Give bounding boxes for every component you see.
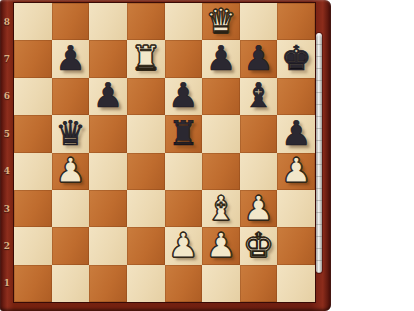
square-h4[interactable]: ♟ — [277, 153, 315, 190]
square-b7[interactable]: ♟ — [52, 40, 90, 77]
square-a4[interactable] — [14, 153, 52, 190]
square-h1[interactable] — [277, 265, 315, 302]
rank-label-5: 5 — [0, 115, 14, 152]
square-g4[interactable] — [240, 153, 278, 190]
rank-label-3: 3 — [0, 190, 14, 227]
square-b6[interactable] — [52, 78, 90, 115]
square-d5[interactable] — [127, 115, 165, 152]
square-f6[interactable] — [202, 78, 240, 115]
square-a2[interactable] — [14, 227, 52, 264]
white-king[interactable]: ♚ — [243, 228, 273, 262]
square-e6[interactable]: ♟ — [165, 78, 203, 115]
square-g6[interactable]: ♝ — [240, 78, 278, 115]
square-g1[interactable] — [240, 265, 278, 302]
rank-label-4: 4 — [0, 153, 14, 190]
square-h8[interactable] — [277, 3, 315, 40]
black-pawn[interactable]: ♟ — [93, 78, 123, 112]
square-d2[interactable] — [127, 227, 165, 264]
white-pawn[interactable]: ♟ — [55, 153, 85, 187]
square-b2[interactable] — [52, 227, 90, 264]
black-pawn[interactable]: ♟ — [281, 116, 311, 150]
square-f5[interactable] — [202, 115, 240, 152]
black-pawn[interactable]: ♟ — [206, 41, 236, 75]
white-bishop[interactable]: ♝ — [206, 191, 236, 225]
square-e7[interactable] — [165, 40, 203, 77]
black-pawn[interactable]: ♟ — [55, 41, 85, 75]
white-pawn[interactable]: ♟ — [168, 228, 198, 262]
square-g8[interactable] — [240, 3, 278, 40]
square-e2[interactable]: ♟ — [165, 227, 203, 264]
square-a1[interactable] — [14, 265, 52, 302]
black-bishop[interactable]: ♝ — [243, 78, 273, 112]
page-background: 87654321 ♛♟♜♟♟♚♟♟♝♛♜♟♟♟♝♟♟♟♚ — [0, 0, 414, 311]
square-a8[interactable] — [14, 3, 52, 40]
square-c2[interactable] — [89, 227, 127, 264]
square-g7[interactable]: ♟ — [240, 40, 278, 77]
square-d3[interactable] — [127, 190, 165, 227]
square-f2[interactable]: ♟ — [202, 227, 240, 264]
square-h3[interactable] — [277, 190, 315, 227]
square-b4[interactable]: ♟ — [52, 153, 90, 190]
black-rook[interactable]: ♜ — [168, 116, 198, 150]
square-e4[interactable] — [165, 153, 203, 190]
square-d1[interactable] — [127, 265, 165, 302]
square-f7[interactable]: ♟ — [202, 40, 240, 77]
square-f8[interactable]: ♛ — [202, 3, 240, 40]
square-g5[interactable] — [240, 115, 278, 152]
square-f3[interactable]: ♝ — [202, 190, 240, 227]
square-b1[interactable] — [52, 265, 90, 302]
square-e8[interactable] — [165, 3, 203, 40]
square-e5[interactable]: ♜ — [165, 115, 203, 152]
square-f4[interactable] — [202, 153, 240, 190]
square-b8[interactable] — [52, 3, 90, 40]
black-king[interactable]: ♚ — [281, 41, 311, 75]
square-f1[interactable] — [202, 265, 240, 302]
white-pawn[interactable]: ♟ — [243, 191, 273, 225]
square-c7[interactable] — [89, 40, 127, 77]
square-g2[interactable]: ♚ — [240, 227, 278, 264]
rank-label-6: 6 — [0, 78, 14, 115]
white-queen[interactable]: ♛ — [206, 4, 236, 38]
square-e1[interactable] — [165, 265, 203, 302]
square-d7[interactable]: ♜ — [127, 40, 165, 77]
square-h2[interactable] — [277, 227, 315, 264]
vertical-scrollbar[interactable] — [316, 33, 322, 273]
black-pawn[interactable]: ♟ — [243, 41, 273, 75]
square-h5[interactable]: ♟ — [277, 115, 315, 152]
square-a7[interactable] — [14, 40, 52, 77]
square-c3[interactable] — [89, 190, 127, 227]
square-b5[interactable]: ♛ — [52, 115, 90, 152]
square-a3[interactable] — [14, 190, 52, 227]
rank-label-8: 8 — [0, 3, 14, 40]
square-c5[interactable] — [89, 115, 127, 152]
square-b3[interactable] — [52, 190, 90, 227]
chess-board: ♛♟♜♟♟♚♟♟♝♛♜♟♟♟♝♟♟♟♚ — [14, 3, 315, 302]
square-h6[interactable] — [277, 78, 315, 115]
square-c1[interactable] — [89, 265, 127, 302]
square-d6[interactable] — [127, 78, 165, 115]
white-pawn[interactable]: ♟ — [206, 228, 236, 262]
black-queen[interactable]: ♛ — [55, 116, 85, 150]
rank-labels: 87654321 — [0, 3, 14, 302]
square-c6[interactable]: ♟ — [89, 78, 127, 115]
square-e3[interactable] — [165, 190, 203, 227]
square-g3[interactable]: ♟ — [240, 190, 278, 227]
square-c4[interactable] — [89, 153, 127, 190]
square-d4[interactable] — [127, 153, 165, 190]
square-a5[interactable] — [14, 115, 52, 152]
rank-label-2: 2 — [0, 227, 14, 264]
white-rook[interactable]: ♜ — [130, 41, 160, 75]
square-h7[interactable]: ♚ — [277, 40, 315, 77]
square-d8[interactable] — [127, 3, 165, 40]
square-c8[interactable] — [89, 3, 127, 40]
rank-label-7: 7 — [0, 40, 14, 77]
square-a6[interactable] — [14, 78, 52, 115]
black-pawn[interactable]: ♟ — [168, 78, 198, 112]
rank-label-1: 1 — [0, 265, 14, 302]
white-pawn[interactable]: ♟ — [281, 153, 311, 187]
